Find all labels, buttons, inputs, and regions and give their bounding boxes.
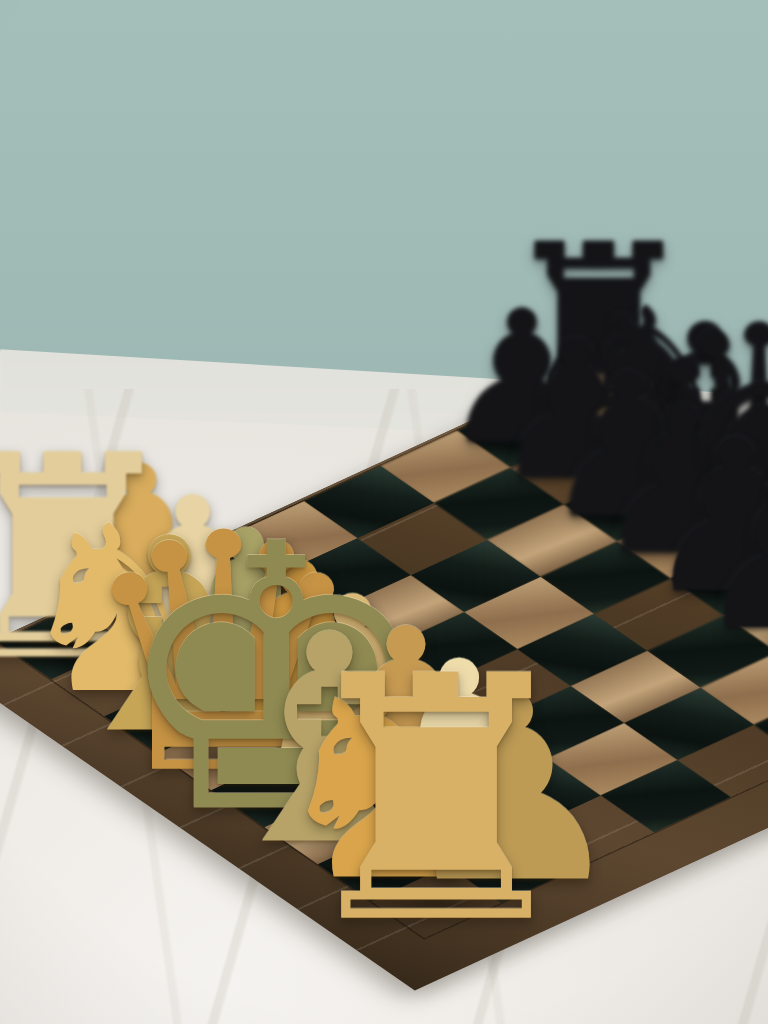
- chess-photo-scene: ♜♞♝♛♚♟♟♟♟♟♟♟♟♟♟♟♟♟♟♜♞♝♛♚♝♞♜: [0, 0, 768, 1024]
